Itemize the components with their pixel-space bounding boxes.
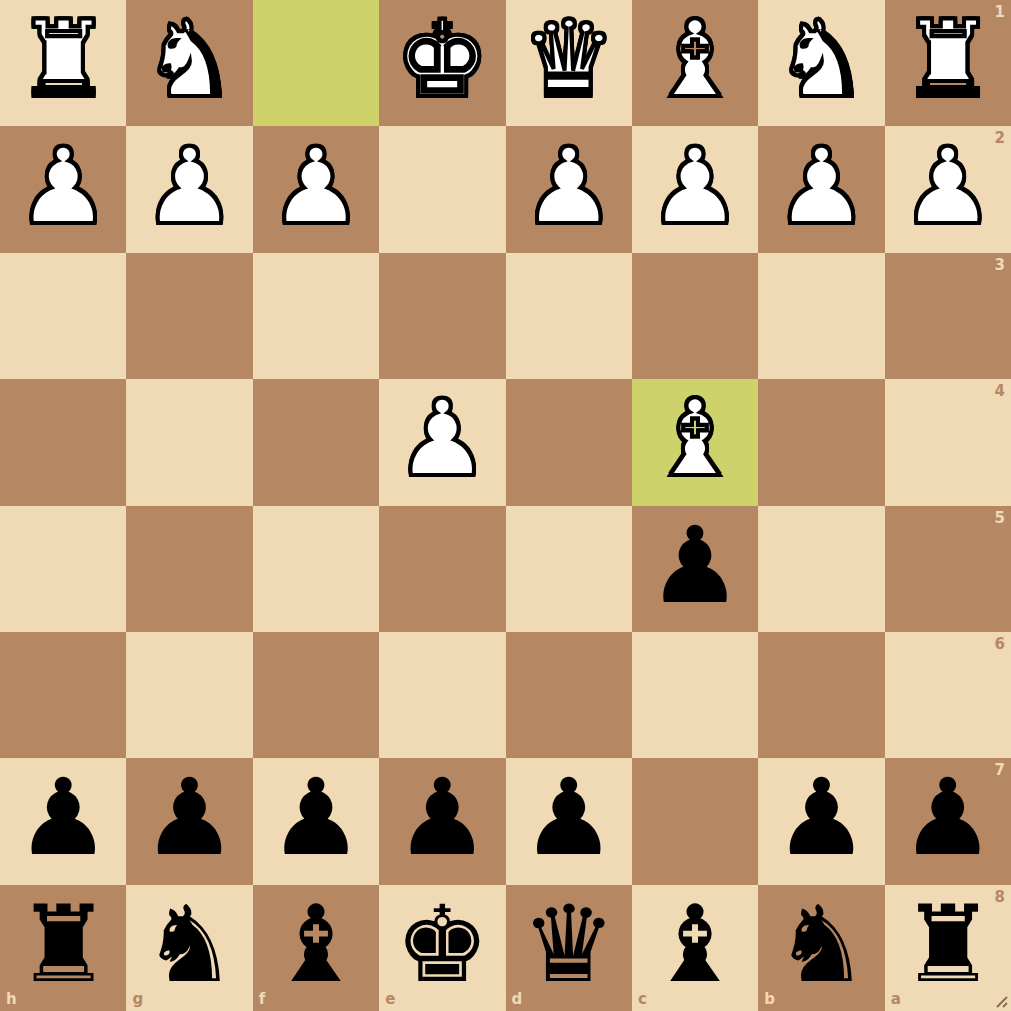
coord-file-e: e <box>385 992 395 1007</box>
piece-white-pawn[interactable]: ♟ <box>648 134 743 240</box>
piece-black-pawn[interactable]: ♟ <box>774 765 869 871</box>
coord-file-f: f <box>259 992 266 1007</box>
square-b6[interactable] <box>758 632 884 758</box>
piece-white-pawn[interactable]: ♟ <box>900 134 995 240</box>
coord-rank-1: 1 <box>995 5 1005 20</box>
piece-white-king[interactable]: ♚ <box>395 7 490 113</box>
piece-black-queen[interactable]: ♛ <box>521 892 616 998</box>
piece-black-king[interactable]: ♚ <box>395 892 490 998</box>
chess-board: ♜♞♚♛♝♞♜1♟♟♟♟♟♟♟23♟♝4♟56♟♟♟♟♟♟♟7♜h♞g♝f♚e♛… <box>0 0 1011 1011</box>
piece-white-rook[interactable]: ♜ <box>900 7 995 113</box>
square-g7[interactable]: ♟ <box>126 758 252 884</box>
coord-file-d: d <box>512 992 523 1007</box>
coord-rank-7: 7 <box>995 763 1005 778</box>
square-e6[interactable] <box>379 632 505 758</box>
square-h8[interactable]: ♜h <box>0 885 126 1011</box>
square-a6[interactable]: 6 <box>885 632 1011 758</box>
coord-rank-3: 3 <box>995 258 1005 273</box>
square-a3[interactable]: 3 <box>885 253 1011 379</box>
square-d4[interactable] <box>506 379 632 505</box>
square-d8[interactable]: ♛d <box>506 885 632 1011</box>
square-d2[interactable]: ♟ <box>506 126 632 252</box>
square-a5[interactable]: 5 <box>885 506 1011 632</box>
square-a2[interactable]: ♟2 <box>885 126 1011 252</box>
square-e3[interactable] <box>379 253 505 379</box>
coord-rank-5: 5 <box>995 511 1005 526</box>
square-a1[interactable]: ♜1 <box>885 0 1011 126</box>
square-h3[interactable] <box>0 253 126 379</box>
square-d1[interactable]: ♛ <box>506 0 632 126</box>
piece-white-pawn[interactable]: ♟ <box>774 134 869 240</box>
piece-black-pawn[interactable]: ♟ <box>16 765 111 871</box>
coord-rank-6: 6 <box>995 637 1005 652</box>
square-d5[interactable] <box>506 506 632 632</box>
resize-handle-icon[interactable] <box>993 993 1009 1009</box>
square-h4[interactable] <box>0 379 126 505</box>
square-a4[interactable]: 4 <box>885 379 1011 505</box>
square-h2[interactable]: ♟ <box>0 126 126 252</box>
square-b3[interactable] <box>758 253 884 379</box>
coord-file-g: g <box>132 992 143 1007</box>
piece-white-rook[interactable]: ♜ <box>16 7 111 113</box>
square-d3[interactable] <box>506 253 632 379</box>
square-g8[interactable]: ♞g <box>126 885 252 1011</box>
square-e5[interactable] <box>379 506 505 632</box>
piece-black-bishop[interactable]: ♝ <box>268 892 363 998</box>
square-f6[interactable] <box>253 632 379 758</box>
square-d6[interactable] <box>506 632 632 758</box>
coord-file-c: c <box>638 992 647 1007</box>
piece-black-pawn[interactable]: ♟ <box>142 765 237 871</box>
square-b8[interactable]: ♞b <box>758 885 884 1011</box>
piece-black-pawn[interactable]: ♟ <box>395 765 490 871</box>
piece-black-bishop[interactable]: ♝ <box>648 892 743 998</box>
square-e2[interactable] <box>379 126 505 252</box>
square-b4[interactable] <box>758 379 884 505</box>
square-f8[interactable]: ♝f <box>253 885 379 1011</box>
coord-file-h: h <box>6 992 17 1007</box>
piece-black-knight[interactable]: ♞ <box>774 892 869 998</box>
piece-white-pawn[interactable]: ♟ <box>268 134 363 240</box>
piece-black-pawn[interactable]: ♟ <box>268 765 363 871</box>
square-g3[interactable] <box>126 253 252 379</box>
square-h6[interactable] <box>0 632 126 758</box>
square-h1[interactable]: ♜ <box>0 0 126 126</box>
piece-white-bishop[interactable]: ♝ <box>648 7 743 113</box>
piece-white-bishop[interactable]: ♝ <box>648 386 743 492</box>
coord-rank-4: 4 <box>995 384 1005 399</box>
square-c4[interactable]: ♝ <box>632 379 758 505</box>
square-c3[interactable] <box>632 253 758 379</box>
piece-black-pawn[interactable]: ♟ <box>521 765 616 871</box>
square-c6[interactable] <box>632 632 758 758</box>
square-f3[interactable] <box>253 253 379 379</box>
piece-black-pawn[interactable]: ♟ <box>648 513 743 619</box>
square-f4[interactable] <box>253 379 379 505</box>
square-b5[interactable] <box>758 506 884 632</box>
square-c7[interactable] <box>632 758 758 884</box>
square-a7[interactable]: ♟7 <box>885 758 1011 884</box>
piece-white-pawn[interactable]: ♟ <box>16 134 111 240</box>
square-h7[interactable]: ♟ <box>0 758 126 884</box>
square-f2[interactable]: ♟ <box>253 126 379 252</box>
square-g1[interactable]: ♞ <box>126 0 252 126</box>
square-h5[interactable] <box>0 506 126 632</box>
square-c1[interactable]: ♝ <box>632 0 758 126</box>
piece-white-pawn[interactable]: ♟ <box>521 134 616 240</box>
square-e4[interactable]: ♟ <box>379 379 505 505</box>
square-d7[interactable]: ♟ <box>506 758 632 884</box>
piece-white-knight[interactable]: ♞ <box>142 7 237 113</box>
square-e1[interactable]: ♚ <box>379 0 505 126</box>
piece-black-pawn[interactable]: ♟ <box>900 765 995 871</box>
square-g6[interactable] <box>126 632 252 758</box>
square-b1[interactable]: ♞ <box>758 0 884 126</box>
piece-white-queen[interactable]: ♛ <box>521 7 616 113</box>
square-f5[interactable] <box>253 506 379 632</box>
square-f7[interactable]: ♟ <box>253 758 379 884</box>
coord-file-b: b <box>764 992 775 1007</box>
piece-white-knight[interactable]: ♞ <box>774 7 869 113</box>
piece-white-pawn[interactable]: ♟ <box>142 134 237 240</box>
square-g5[interactable] <box>126 506 252 632</box>
square-g2[interactable]: ♟ <box>126 126 252 252</box>
square-c8[interactable]: ♝c <box>632 885 758 1011</box>
piece-black-rook[interactable]: ♜ <box>16 892 111 998</box>
coord-rank-2: 2 <box>995 131 1005 146</box>
coord-rank-8: 8 <box>995 890 1005 905</box>
square-c5[interactable]: ♟ <box>632 506 758 632</box>
piece-black-knight[interactable]: ♞ <box>142 892 237 998</box>
square-e7[interactable]: ♟ <box>379 758 505 884</box>
square-g4[interactable] <box>126 379 252 505</box>
square-b2[interactable]: ♟ <box>758 126 884 252</box>
square-b7[interactable]: ♟ <box>758 758 884 884</box>
piece-black-rook[interactable]: ♜ <box>900 892 995 998</box>
square-f1[interactable] <box>253 0 379 126</box>
square-c2[interactable]: ♟ <box>632 126 758 252</box>
square-e8[interactable]: ♚e <box>379 885 505 1011</box>
coord-file-a: a <box>891 992 901 1007</box>
piece-white-pawn[interactable]: ♟ <box>395 386 490 492</box>
